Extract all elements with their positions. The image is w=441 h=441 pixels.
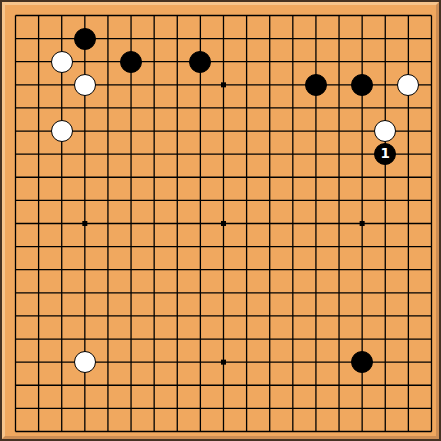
stone-white: [51, 120, 73, 142]
stone-black: [351, 351, 373, 373]
stone-white: [397, 74, 419, 96]
stone-black-move-1: 1: [374, 143, 396, 165]
stone-black: [74, 28, 96, 50]
stone-black: [120, 51, 142, 73]
stone-black: [305, 74, 327, 96]
go-board: 1: [0, 0, 441, 441]
stone-white: [74, 74, 96, 96]
move-number-label: 1: [381, 147, 390, 161]
stone-black: [351, 74, 373, 96]
stone-white: [51, 51, 73, 73]
board-stone-grid: 1: [4, 4, 441, 441]
stone-black: [189, 51, 211, 73]
stone-white: [74, 351, 96, 373]
stone-white: [374, 120, 396, 142]
